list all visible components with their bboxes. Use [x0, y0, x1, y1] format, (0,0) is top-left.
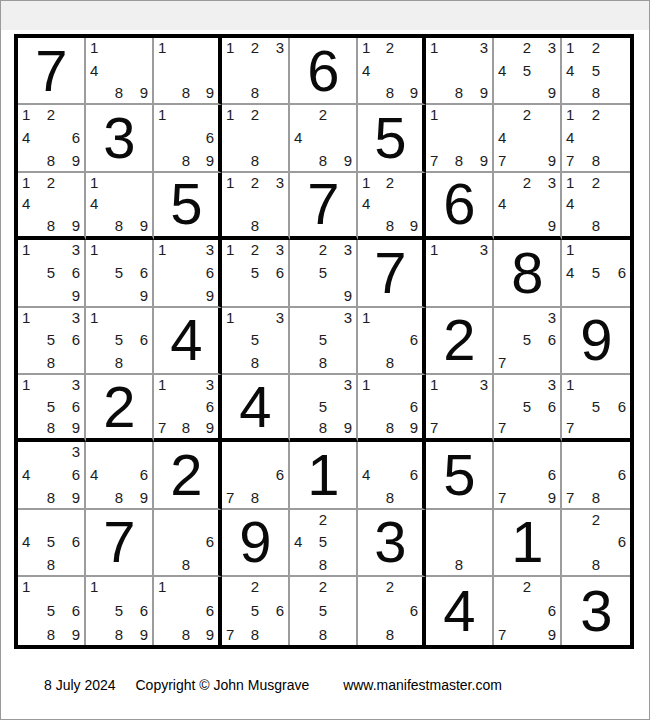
candidate-empty — [129, 60, 148, 80]
candidate-empty — [245, 464, 264, 484]
candidate-digit: 6 — [61, 262, 80, 282]
candidate-empty — [606, 282, 626, 302]
candidate-digit: 4 — [294, 532, 313, 552]
candidate-empty — [566, 80, 586, 100]
candidate-empty — [333, 552, 352, 572]
candidate-empty — [41, 512, 60, 532]
candidate-empty — [399, 40, 418, 60]
candidate-empty — [313, 377, 332, 396]
candidate-digit: 9 — [469, 80, 488, 100]
candidate-empty — [90, 444, 109, 464]
candidate-digit: 8 — [449, 80, 468, 100]
candidate-empty — [606, 194, 626, 213]
candidate-empty — [313, 128, 332, 148]
candidate-digit: 5 — [41, 396, 60, 415]
candidate-empty — [381, 310, 400, 330]
candidate-empty — [606, 552, 626, 572]
candidate-digit: 7 — [430, 148, 449, 168]
candidate-empty — [41, 579, 60, 600]
candidate-digit: 4 — [566, 128, 586, 148]
candidate-empty — [158, 148, 177, 168]
candidate-digit: 1 — [566, 107, 586, 127]
candidate-digit: 4 — [498, 128, 517, 148]
candidate-digit: 8 — [381, 80, 400, 100]
sudoku-cell-r7c8: 679 — [494, 442, 562, 509]
candidate-digit: 2 — [381, 175, 400, 194]
candidate-empty — [498, 214, 517, 233]
cell-value: 7 — [307, 175, 338, 233]
candidate-empty — [449, 60, 468, 80]
sudoku-cell-r7c2: 4689 — [86, 442, 154, 509]
candidate-empty — [333, 396, 352, 415]
candidate-empty — [177, 532, 196, 552]
candidate-digit: 2 — [245, 107, 264, 127]
candidate-empty — [177, 512, 196, 532]
candidate-empty — [537, 128, 556, 148]
candidate-empty — [381, 330, 400, 350]
candidate-empty — [129, 194, 148, 213]
candidate-digit: 9 — [129, 485, 148, 505]
candidate-empty — [606, 444, 626, 464]
cell-value: 2 — [103, 378, 134, 436]
candidate-digit: 5 — [517, 60, 536, 80]
sudoku-cell-r6c6: 1689 — [358, 375, 426, 442]
candidate-empty — [469, 282, 488, 302]
footer-website: www.manifestmaster.com — [343, 677, 502, 693]
candidate-digit: 8 — [177, 552, 196, 572]
candidate-empty — [517, 621, 536, 642]
candidate-digit: 9 — [195, 80, 214, 100]
candidate-digit: 2 — [245, 175, 264, 194]
candidate-empty — [195, 107, 214, 127]
candidate-empty — [22, 214, 41, 233]
candidate-digit: 7 — [498, 416, 517, 435]
footer-date: 8 July 2024 — [44, 677, 116, 693]
candidate-empty — [430, 552, 449, 572]
candidate-digit: 9 — [129, 214, 148, 233]
sudoku-cell-r3c6: 12489 — [358, 173, 426, 240]
candidate-digit: 2 — [517, 175, 536, 194]
candidate-empty — [177, 579, 196, 600]
candidate-digit: 2 — [586, 175, 606, 194]
candidate-empty — [294, 350, 313, 370]
sudoku-cell-r7c9: 678 — [562, 442, 630, 509]
candidate-digit: 1 — [90, 242, 109, 262]
candidate-empty — [399, 350, 418, 370]
candidate-empty — [566, 552, 586, 572]
candidate-digit: 7 — [498, 350, 517, 370]
candidate-empty — [294, 282, 313, 302]
candidate-digit: 9 — [399, 416, 418, 435]
candidate-digit: 7 — [158, 416, 177, 435]
candidate-digit: 8 — [449, 552, 468, 572]
candidate-empty — [226, 330, 245, 350]
sudoku-cell-r6c9: 1567 — [562, 375, 630, 442]
candidate-digit: 7 — [566, 485, 586, 505]
candidate-empty — [226, 128, 245, 148]
candidate-digit: 1 — [362, 175, 381, 194]
candidate-digit: 4 — [294, 128, 313, 148]
candidate-empty — [586, 377, 606, 396]
candidate-empty — [606, 148, 626, 168]
candidate-empty — [399, 310, 418, 330]
sudoku-cell-r2c3: 1689 — [154, 105, 222, 172]
candidate-digit: 2 — [586, 107, 606, 127]
candidate-empty — [606, 377, 626, 396]
sudoku-cell-r6c2: 2 — [86, 375, 154, 442]
sudoku-cell-r8c7: 8 — [426, 510, 494, 577]
candidate-digit: 8 — [177, 148, 196, 168]
candidate-empty — [109, 444, 128, 464]
candidate-digit: 7 — [226, 621, 245, 642]
candidate-empty — [109, 60, 128, 80]
candidate-empty — [566, 396, 586, 415]
candidate-empty — [606, 40, 626, 60]
cell-value: 3 — [580, 582, 611, 640]
candidate-digit: 1 — [566, 242, 586, 262]
candidate-digit: 1 — [430, 242, 449, 262]
candidate-digit: 3 — [469, 242, 488, 262]
candidate-digit: 6 — [129, 464, 148, 484]
candidate-empty — [177, 60, 196, 80]
cell-value: 1 — [307, 446, 338, 504]
candidate-digit: 9 — [537, 80, 556, 100]
candidate-empty — [381, 396, 400, 415]
sudoku-cell-r8c2: 7 — [86, 510, 154, 577]
candidate-empty — [399, 175, 418, 194]
window-top-band — [1, 1, 649, 30]
candidate-empty — [362, 80, 381, 100]
page: 7148918912386124891389234591245812468931… — [0, 0, 650, 720]
candidate-empty — [449, 40, 468, 60]
candidate-empty — [517, 464, 536, 484]
candidate-digit: 2 — [517, 579, 536, 600]
candidate-empty — [265, 330, 284, 350]
candidate-digit: 8 — [586, 485, 606, 505]
candidate-empty — [449, 128, 468, 148]
candidate-digit: 9 — [333, 148, 352, 168]
candidate-empty — [517, 350, 536, 370]
cell-value: 2 — [443, 311, 474, 369]
candidate-empty — [294, 416, 313, 435]
candidate-digit: 6 — [129, 600, 148, 621]
cell-value: 6 — [307, 42, 338, 100]
candidate-digit: 3 — [469, 40, 488, 60]
candidate-empty — [606, 214, 626, 233]
sudoku-cell-r3c5: 7 — [290, 173, 358, 240]
candidate-empty — [22, 330, 41, 350]
candidate-digit: 3 — [265, 242, 284, 262]
candidate-empty — [294, 621, 313, 642]
candidate-empty — [537, 194, 556, 213]
candidate-empty — [265, 282, 284, 302]
candidate-empty — [294, 242, 313, 262]
candidate-digit: 3 — [265, 310, 284, 330]
candidate-digit: 8 — [313, 621, 332, 642]
sudoku-cell-r9c8: 2679 — [494, 577, 562, 644]
candidate-empty — [226, 262, 245, 282]
candidate-empty — [469, 532, 488, 552]
candidate-empty — [90, 621, 109, 642]
candidate-empty — [90, 485, 109, 505]
candidate-digit: 8 — [381, 485, 400, 505]
candidate-digit: 5 — [313, 532, 332, 552]
candidate-digit: 7 — [498, 485, 517, 505]
candidate-empty — [537, 60, 556, 80]
sudoku-cell-r4c2: 1569 — [86, 240, 154, 307]
candidate-empty — [226, 579, 245, 600]
sudoku-cell-r2c8: 2479 — [494, 105, 562, 172]
cell-value: 5 — [374, 109, 405, 167]
sudoku-cell-r9c4: 25678 — [222, 577, 290, 644]
candidate-digit: 1 — [226, 40, 245, 60]
candidate-empty — [566, 444, 586, 464]
candidate-empty — [469, 107, 488, 127]
sudoku-cell-r8c8: 1 — [494, 510, 562, 577]
candidate-digit: 6 — [537, 396, 556, 415]
candidate-empty — [177, 396, 196, 415]
candidate-digit: 4 — [362, 194, 381, 213]
candidate-digit: 8 — [245, 485, 264, 505]
candidate-digit: 4 — [22, 532, 41, 552]
candidate-empty — [449, 377, 468, 396]
candidate-empty — [226, 444, 245, 464]
candidate-empty — [158, 60, 177, 80]
candidate-digit: 6 — [606, 396, 626, 415]
candidate-digit: 8 — [381, 350, 400, 370]
sudoku-cell-r2c5: 2489 — [290, 105, 358, 172]
candidate-empty — [294, 377, 313, 396]
candidate-empty — [469, 552, 488, 572]
candidate-empty — [517, 600, 536, 621]
candidate-empty — [586, 128, 606, 148]
candidate-empty — [362, 621, 381, 642]
sudoku-cell-r4c9: 1456 — [562, 240, 630, 307]
candidate-empty — [362, 416, 381, 435]
candidate-empty — [41, 377, 60, 396]
sudoku-cell-r6c1: 135689 — [18, 375, 86, 442]
candidate-empty — [265, 444, 284, 464]
candidate-digit: 8 — [313, 552, 332, 572]
candidate-empty — [606, 60, 626, 80]
candidate-digit: 5 — [41, 262, 60, 282]
candidate-empty — [333, 512, 352, 532]
candidate-digit: 7 — [566, 416, 586, 435]
candidate-empty — [22, 512, 41, 532]
candidate-digit: 6 — [61, 330, 80, 350]
candidate-empty — [449, 107, 468, 127]
candidate-empty — [606, 512, 626, 532]
candidate-empty — [606, 128, 626, 148]
candidate-empty — [90, 80, 109, 100]
candidate-empty — [41, 194, 60, 213]
candidate-empty — [469, 128, 488, 148]
candidate-digit: 5 — [586, 396, 606, 415]
candidate-digit: 9 — [129, 282, 148, 302]
sudoku-cell-r8c4: 9 — [222, 510, 290, 577]
candidate-empty — [158, 262, 177, 282]
candidate-empty — [226, 214, 245, 233]
candidate-empty — [22, 282, 41, 302]
candidate-digit: 1 — [226, 310, 245, 330]
candidate-empty — [294, 552, 313, 572]
candidate-digit: 9 — [537, 148, 556, 168]
sudoku-cell-r3c8: 2349 — [494, 173, 562, 240]
candidate-empty — [313, 310, 332, 330]
candidate-empty — [498, 107, 517, 127]
candidate-empty — [22, 444, 41, 464]
candidate-empty — [606, 485, 626, 505]
candidate-empty — [362, 579, 381, 600]
candidate-digit: 8 — [313, 148, 332, 168]
candidate-empty — [90, 350, 109, 370]
candidate-digit: 8 — [41, 552, 60, 572]
sudoku-cell-r8c3: 68 — [154, 510, 222, 577]
candidate-empty — [158, 552, 177, 572]
candidate-digit: 6 — [61, 600, 80, 621]
cell-value: 3 — [374, 513, 405, 571]
candidate-empty — [498, 464, 517, 484]
candidate-digit: 2 — [381, 579, 400, 600]
candidate-digit: 8 — [245, 214, 264, 233]
candidate-digit: 2 — [41, 107, 60, 127]
candidate-empty — [333, 330, 352, 350]
candidate-digit: 1 — [226, 107, 245, 127]
candidate-digit: 1 — [90, 40, 109, 60]
sudoku-cell-r5c6: 168 — [358, 308, 426, 375]
candidate-empty — [586, 242, 606, 262]
candidate-empty — [109, 175, 128, 194]
sudoku-cell-r9c7: 4 — [426, 577, 494, 644]
candidate-empty — [265, 621, 284, 642]
candidate-digit: 1 — [430, 107, 449, 127]
candidate-empty — [399, 194, 418, 213]
candidate-digit: 8 — [313, 350, 332, 370]
candidate-empty — [226, 194, 245, 213]
candidate-digit: 1 — [22, 107, 41, 127]
cell-value: 4 — [239, 378, 270, 436]
candidate-digit: 5 — [517, 396, 536, 415]
candidate-digit: 5 — [109, 330, 128, 350]
candidate-empty — [362, 600, 381, 621]
candidate-empty — [566, 282, 586, 302]
candidate-digit: 1 — [158, 377, 177, 396]
candidate-empty — [129, 444, 148, 464]
candidate-digit: 8 — [381, 621, 400, 642]
candidate-digit: 1 — [566, 377, 586, 396]
candidate-empty — [537, 107, 556, 127]
cell-value: 2 — [170, 446, 201, 504]
candidate-empty — [265, 214, 284, 233]
candidate-empty — [498, 396, 517, 415]
candidate-empty — [586, 194, 606, 213]
candidate-empty — [333, 107, 352, 127]
candidate-digit: 9 — [399, 214, 418, 233]
candidate-empty — [109, 242, 128, 262]
candidate-empty — [177, 377, 196, 396]
sudoku-cell-r5c5: 358 — [290, 308, 358, 375]
candidate-digit: 5 — [245, 330, 264, 350]
candidate-digit: 6 — [399, 464, 418, 484]
sudoku-cell-r2c4: 128 — [222, 105, 290, 172]
candidate-digit: 9 — [61, 282, 80, 302]
sudoku-cell-r7c3: 2 — [154, 442, 222, 509]
candidate-empty — [294, 396, 313, 415]
candidate-empty — [399, 485, 418, 505]
cell-value: 5 — [443, 446, 474, 504]
sudoku-cell-r6c3: 136789 — [154, 375, 222, 442]
candidate-digit: 7 — [498, 621, 517, 642]
candidate-empty — [22, 416, 41, 435]
candidate-digit: 3 — [333, 242, 352, 262]
candidate-empty — [61, 194, 80, 213]
sudoku-cell-r7c6: 468 — [358, 442, 426, 509]
candidate-digit: 5 — [313, 262, 332, 282]
candidate-digit: 8 — [586, 552, 606, 572]
candidate-digit: 4 — [566, 60, 586, 80]
candidate-digit: 8 — [41, 350, 60, 370]
candidate-empty — [606, 80, 626, 100]
candidate-digit: 9 — [537, 621, 556, 642]
candidate-digit: 3 — [61, 310, 80, 330]
candidate-digit: 9 — [61, 485, 80, 505]
candidate-empty — [245, 128, 264, 148]
candidate-empty — [294, 330, 313, 350]
candidate-digit: 8 — [41, 416, 60, 435]
candidate-digit: 4 — [362, 464, 381, 484]
sudoku-cell-r5c4: 1358 — [222, 308, 290, 375]
sudoku-cell-r4c8: 8 — [494, 240, 562, 307]
candidate-digit: 8 — [586, 80, 606, 100]
candidate-digit: 2 — [313, 107, 332, 127]
candidate-digit: 6 — [195, 532, 214, 552]
candidate-empty — [381, 60, 400, 80]
candidate-empty — [449, 396, 468, 415]
candidate-digit: 2 — [517, 40, 536, 60]
candidate-empty — [294, 107, 313, 127]
candidate-digit: 5 — [586, 262, 606, 282]
sudoku-cell-r7c7: 5 — [426, 442, 494, 509]
candidate-digit: 2 — [245, 242, 264, 262]
candidate-digit: 6 — [61, 128, 80, 148]
candidate-empty — [469, 416, 488, 435]
candidate-digit: 9 — [129, 80, 148, 100]
candidate-empty — [399, 377, 418, 396]
candidate-digit: 8 — [586, 214, 606, 233]
candidate-empty — [469, 262, 488, 282]
candidate-digit: 8 — [381, 214, 400, 233]
candidate-digit: 9 — [195, 621, 214, 642]
candidate-digit: 6 — [537, 330, 556, 350]
candidate-empty — [362, 330, 381, 350]
cell-value: 3 — [103, 109, 134, 167]
candidate-empty — [469, 512, 488, 532]
candidate-empty — [265, 350, 284, 370]
candidate-empty — [333, 128, 352, 148]
candidate-digit: 1 — [430, 40, 449, 60]
candidate-empty — [195, 512, 214, 532]
candidate-empty — [226, 282, 245, 302]
candidate-digit: 8 — [586, 148, 606, 168]
candidate-empty — [517, 310, 536, 330]
sudoku-cell-r1c9: 12458 — [562, 38, 630, 105]
candidate-digit: 4 — [362, 60, 381, 80]
candidate-digit: 5 — [245, 262, 264, 282]
candidate-digit: 5 — [586, 60, 606, 80]
candidate-empty — [294, 148, 313, 168]
candidate-digit: 8 — [245, 80, 264, 100]
sudoku-cell-r1c4: 1238 — [222, 38, 290, 105]
